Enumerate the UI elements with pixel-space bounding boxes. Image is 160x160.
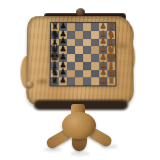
square-b4 <box>83 31 91 39</box>
pedestal-bulb <box>62 112 96 139</box>
square-e2: ♟ <box>99 54 107 62</box>
square-g3 <box>91 70 99 78</box>
square-b3 <box>91 31 99 39</box>
piece-white-rook: ♜ <box>107 76 115 85</box>
square-h4 <box>83 78 91 86</box>
board-frame: ♜♟♟♜♞♟♟♞♝♟♟♝♛♟♟♛♚♟♟♚♝♟♟♝♞♟♟♞♜♟♟♜ <box>50 22 117 86</box>
square-h1: ♜ <box>107 78 115 86</box>
square-e4 <box>83 54 91 62</box>
piece-black-rook: ♜ <box>51 22 59 30</box>
square-c1: ♝ <box>107 38 115 46</box>
square-e8: ♚ <box>51 54 59 62</box>
square-h8: ♜ <box>51 78 59 86</box>
piece-black-pawn: ♟ <box>59 30 66 38</box>
square-g5 <box>75 70 83 78</box>
square-f5 <box>75 62 83 70</box>
piece-white-pawn: ♟ <box>100 53 107 61</box>
square-a4 <box>83 23 91 31</box>
square-e3 <box>91 54 99 62</box>
square-g6 <box>67 70 75 78</box>
piece-white-rook: ♜ <box>107 22 115 30</box>
square-b7: ♟ <box>59 31 67 39</box>
square-c7: ♟ <box>59 38 67 46</box>
square-g8: ♞ <box>51 70 59 78</box>
square-g1: ♞ <box>107 70 115 78</box>
square-h7: ♟ <box>59 78 67 86</box>
square-c2: ♟ <box>99 38 107 46</box>
square-b8: ♞ <box>51 31 59 39</box>
piece-white-pawn: ♟ <box>99 45 106 53</box>
piece-white-pawn: ♟ <box>99 22 106 30</box>
square-a5 <box>75 23 83 31</box>
square-d5 <box>75 46 83 54</box>
square-a1: ♜ <box>107 23 115 31</box>
square-d6 <box>67 46 75 54</box>
square-b1: ♞ <box>107 31 115 39</box>
square-e7: ♟ <box>59 54 67 62</box>
square-c3 <box>91 38 99 46</box>
square-c8: ♝ <box>51 38 59 46</box>
square-a3 <box>91 23 99 31</box>
piece-black-pawn: ♟ <box>59 77 66 85</box>
square-f4 <box>83 62 91 70</box>
square-f6 <box>67 62 75 70</box>
foot-shadow-left <box>44 147 62 152</box>
square-f8: ♝ <box>51 62 59 70</box>
square-d1: ♛ <box>107 46 115 54</box>
square-d7: ♟ <box>59 46 67 54</box>
piece-black-pawn: ♟ <box>59 53 66 61</box>
square-h3 <box>91 78 99 86</box>
square-e1: ♚ <box>107 54 115 62</box>
piece-black-pawn: ♟ <box>59 22 66 30</box>
piece-white-knight: ♞ <box>107 29 116 38</box>
piece-white-pawn: ♟ <box>99 38 106 46</box>
piece-black-rook: ♜ <box>51 76 59 85</box>
square-e5 <box>75 54 83 62</box>
square-b6 <box>67 31 75 39</box>
chess-table-photo: ♜♟♟♜♞♟♟♞♝♟♟♝♛♟♟♛♚♟♟♚♝♟♟♝♞♟♟♞♜♟♟♜ <box>0 0 160 160</box>
square-f7: ♟ <box>59 62 67 70</box>
square-a7: ♟ <box>59 23 67 31</box>
square-d3 <box>91 46 99 54</box>
square-h5 <box>75 78 83 86</box>
piece-white-bishop: ♝ <box>107 60 116 70</box>
square-f2: ♟ <box>99 62 107 70</box>
square-c4 <box>83 38 91 46</box>
square-b5 <box>75 31 83 39</box>
piece-white-pawn: ♟ <box>100 69 107 77</box>
piece-black-pawn: ♟ <box>59 45 66 53</box>
drawer-knob-left <box>26 81 33 87</box>
square-e6 <box>67 54 75 62</box>
piece-white-knight: ♞ <box>107 68 116 78</box>
square-d2: ♟ <box>99 46 107 54</box>
chessboard: ♜♟♟♜♞♟♟♞♝♟♟♝♛♟♟♛♚♟♟♚♝♟♟♝♞♟♟♞♜♟♟♜ <box>51 23 116 85</box>
square-h6 <box>67 78 75 86</box>
square-a6 <box>67 23 75 31</box>
square-f3 <box>91 62 99 70</box>
square-d4 <box>83 46 91 54</box>
square-c6 <box>67 38 75 46</box>
foot-shadow-right <box>100 144 118 149</box>
square-b2: ♟ <box>99 31 107 39</box>
square-g7: ♟ <box>59 70 67 78</box>
piece-black-pawn: ♟ <box>59 38 66 46</box>
square-f1: ♝ <box>107 62 115 70</box>
piece-black-pawn: ♟ <box>59 69 66 77</box>
drawer-knob-back <box>76 8 85 16</box>
square-g2: ♟ <box>99 70 107 78</box>
piece-white-pawn: ♟ <box>100 77 107 85</box>
square-a8: ♜ <box>51 23 59 31</box>
square-d8: ♛ <box>51 46 59 54</box>
square-h2: ♟ <box>99 78 107 86</box>
piece-white-bishop: ♝ <box>107 37 116 46</box>
piece-white-pawn: ♟ <box>99 30 106 38</box>
square-c5 <box>75 38 83 46</box>
square-a2: ♟ <box>99 23 107 31</box>
foot-shadow-front <box>70 151 90 156</box>
piece-black-pawn: ♟ <box>59 61 66 69</box>
square-g4 <box>83 70 91 78</box>
piece-white-pawn: ♟ <box>100 61 107 69</box>
